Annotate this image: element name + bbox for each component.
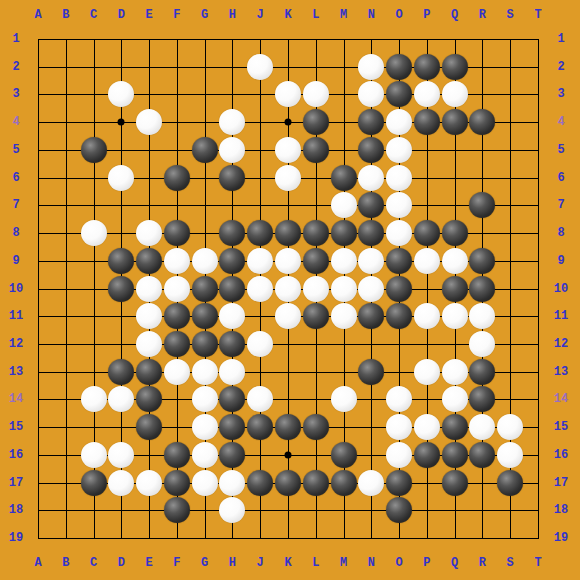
black-stone-O3: [386, 81, 412, 107]
coord-label-row-17-right: 17: [554, 477, 568, 489]
white-stone-Q13: [442, 359, 468, 385]
coord-label-col-S-bottom: S: [507, 557, 514, 569]
black-stone-K17: [275, 470, 301, 496]
coord-label-col-A-bottom: A: [34, 557, 41, 569]
coord-label-col-D-bottom: D: [118, 557, 125, 569]
white-stone-L3: [303, 81, 329, 107]
white-stone-E11: [136, 303, 162, 329]
coord-label-col-Q-top: Q: [451, 9, 458, 21]
white-stone-Q11: [442, 303, 468, 329]
black-stone-O17: [386, 470, 412, 496]
white-stone-P3: [414, 81, 440, 107]
black-stone-F11: [164, 303, 190, 329]
black-stone-L9: [303, 248, 329, 274]
white-stone-Q14: [442, 386, 468, 412]
coord-label-row-2-right: 2: [557, 61, 564, 73]
white-stone-K11: [275, 303, 301, 329]
star-point-K4: [285, 119, 292, 126]
coord-label-row-14-right: 14: [554, 393, 568, 405]
black-stone-N13: [358, 359, 384, 385]
star-point-K16: [285, 451, 292, 458]
coord-label-row-8-left: 8: [12, 227, 19, 239]
black-stone-M17: [331, 470, 357, 496]
black-stone-Q4: [442, 109, 468, 135]
coord-label-col-M-top: M: [340, 9, 347, 21]
white-stone-E12: [136, 331, 162, 357]
coord-label-col-P-bottom: P: [423, 557, 430, 569]
white-stone-G16: [192, 442, 218, 468]
coord-label-row-16-left: 16: [9, 449, 23, 461]
coord-label-col-A-top: A: [34, 9, 41, 21]
white-stone-J2: [247, 54, 273, 80]
coord-label-col-J-bottom: J: [257, 557, 264, 569]
coord-label-col-R-top: R: [479, 9, 486, 21]
black-stone-F17: [164, 470, 190, 496]
black-stone-D9: [108, 248, 134, 274]
white-stone-O7: [386, 192, 412, 218]
black-stone-L15: [303, 414, 329, 440]
black-stone-H10: [219, 276, 245, 302]
coord-label-row-4-left: 4: [12, 116, 19, 128]
black-stone-G11: [192, 303, 218, 329]
coord-label-row-5-left: 5: [12, 144, 19, 156]
white-stone-M10: [331, 276, 357, 302]
black-stone-C17: [81, 470, 107, 496]
black-stone-S17: [497, 470, 523, 496]
white-stone-G15: [192, 414, 218, 440]
white-stone-O5: [386, 137, 412, 163]
white-stone-E17: [136, 470, 162, 496]
white-stone-H13: [219, 359, 245, 385]
black-stone-F12: [164, 331, 190, 357]
coord-label-col-R-bottom: R: [479, 557, 486, 569]
coord-label-row-16-right: 16: [554, 449, 568, 461]
black-stone-Q10: [442, 276, 468, 302]
black-stone-Q2: [442, 54, 468, 80]
white-stone-J9: [247, 248, 273, 274]
black-stone-N4: [358, 109, 384, 135]
coord-label-col-T-bottom: T: [534, 557, 541, 569]
coord-label-row-11-left: 11: [9, 310, 23, 322]
coord-label-row-13-right: 13: [554, 366, 568, 378]
black-stone-J8: [247, 220, 273, 246]
black-stone-H14: [219, 386, 245, 412]
white-stone-D16: [108, 442, 134, 468]
white-stone-M7: [331, 192, 357, 218]
black-stone-G5: [192, 137, 218, 163]
white-stone-Q3: [442, 81, 468, 107]
coord-label-col-L-top: L: [312, 9, 319, 21]
white-stone-S15: [497, 414, 523, 440]
black-stone-L8: [303, 220, 329, 246]
white-stone-Q9: [442, 248, 468, 274]
black-stone-O10: [386, 276, 412, 302]
coord-label-col-E-bottom: E: [146, 557, 153, 569]
coord-label-row-15-right: 15: [554, 421, 568, 433]
white-stone-D17: [108, 470, 134, 496]
coord-label-row-6-left: 6: [12, 172, 19, 184]
white-stone-R12: [469, 331, 495, 357]
white-stone-H4: [219, 109, 245, 135]
white-stone-R11: [469, 303, 495, 329]
white-stone-E4: [136, 109, 162, 135]
white-stone-N3: [358, 81, 384, 107]
black-stone-R4: [469, 109, 495, 135]
black-stone-H16: [219, 442, 245, 468]
coord-label-col-N-bottom: N: [368, 557, 375, 569]
coord-label-col-J-top: J: [257, 9, 264, 21]
black-stone-M6: [331, 165, 357, 191]
coord-label-row-12-left: 12: [9, 338, 23, 350]
white-stone-M11: [331, 303, 357, 329]
black-stone-L17: [303, 470, 329, 496]
black-stone-P4: [414, 109, 440, 135]
coord-label-row-13-left: 13: [9, 366, 23, 378]
white-stone-C14: [81, 386, 107, 412]
coord-label-col-K-top: K: [284, 9, 291, 21]
black-stone-P2: [414, 54, 440, 80]
white-stone-O15: [386, 414, 412, 440]
white-stone-C8: [81, 220, 107, 246]
black-stone-K8: [275, 220, 301, 246]
coord-label-col-M-bottom: M: [340, 557, 347, 569]
coord-label-row-9-right: 9: [557, 255, 564, 267]
white-stone-F10: [164, 276, 190, 302]
black-stone-O18: [386, 497, 412, 523]
coord-label-col-G-bottom: G: [201, 557, 208, 569]
white-stone-P9: [414, 248, 440, 274]
black-stone-G10: [192, 276, 218, 302]
black-stone-Q8: [442, 220, 468, 246]
white-stone-D6: [108, 165, 134, 191]
black-stone-H6: [219, 165, 245, 191]
white-stone-P13: [414, 359, 440, 385]
white-stone-O6: [386, 165, 412, 191]
black-stone-Q15: [442, 414, 468, 440]
coord-label-row-1-right: 1: [557, 33, 564, 45]
coord-label-row-14-left: 14: [9, 393, 23, 405]
black-stone-R10: [469, 276, 495, 302]
coord-label-row-4-right: 4: [557, 116, 564, 128]
black-stone-J15: [247, 414, 273, 440]
coord-label-row-9-left: 9: [12, 255, 19, 267]
coord-label-col-N-top: N: [368, 9, 375, 21]
white-stone-N2: [358, 54, 384, 80]
black-stone-L11: [303, 303, 329, 329]
white-stone-P15: [414, 414, 440, 440]
white-stone-O4: [386, 109, 412, 135]
black-stone-J17: [247, 470, 273, 496]
coord-label-row-18-right: 18: [554, 504, 568, 516]
white-stone-D14: [108, 386, 134, 412]
coord-label-col-C-bottom: C: [90, 557, 97, 569]
coord-label-col-O-bottom: O: [396, 557, 403, 569]
white-stone-O14: [386, 386, 412, 412]
white-stone-H11: [219, 303, 245, 329]
white-stone-O8: [386, 220, 412, 246]
coord-label-row-11-right: 11: [554, 310, 568, 322]
black-stone-R9: [469, 248, 495, 274]
black-stone-L5: [303, 137, 329, 163]
black-stone-E15: [136, 414, 162, 440]
coord-label-row-19-right: 19: [554, 532, 568, 544]
coord-label-col-B-bottom: B: [62, 557, 69, 569]
white-stone-M9: [331, 248, 357, 274]
coord-label-row-6-right: 6: [557, 172, 564, 184]
coord-label-row-2-left: 2: [12, 61, 19, 73]
coord-label-row-5-right: 5: [557, 144, 564, 156]
coord-label-col-F-bottom: F: [173, 557, 180, 569]
black-stone-R7: [469, 192, 495, 218]
black-stone-K15: [275, 414, 301, 440]
go-board[interactable]: AABBCCDDEEFFGGHHJJKKLLMMNNOOPPQQRRSSTT11…: [0, 0, 580, 580]
white-stone-H18: [219, 497, 245, 523]
black-stone-E14: [136, 386, 162, 412]
black-stone-D10: [108, 276, 134, 302]
coord-label-row-10-left: 10: [9, 283, 23, 295]
white-stone-G9: [192, 248, 218, 274]
coord-label-col-B-top: B: [62, 9, 69, 21]
coord-label-col-T-top: T: [534, 9, 541, 21]
black-stone-R16: [469, 442, 495, 468]
white-stone-J14: [247, 386, 273, 412]
coord-label-col-H-bottom: H: [229, 557, 236, 569]
coord-label-row-3-left: 3: [12, 88, 19, 100]
black-stone-E9: [136, 248, 162, 274]
coord-label-row-10-right: 10: [554, 283, 568, 295]
black-stone-Q17: [442, 470, 468, 496]
coord-label-row-7-right: 7: [557, 199, 564, 211]
black-stone-G12: [192, 331, 218, 357]
white-stone-G14: [192, 386, 218, 412]
black-stone-H15: [219, 414, 245, 440]
black-stone-O2: [386, 54, 412, 80]
grid-line-vertical: [538, 39, 539, 539]
white-stone-K9: [275, 248, 301, 274]
black-stone-Q16: [442, 442, 468, 468]
white-stone-J10: [247, 276, 273, 302]
coord-label-row-8-right: 8: [557, 227, 564, 239]
white-stone-N10: [358, 276, 384, 302]
coord-label-row-1-left: 1: [12, 33, 19, 45]
black-stone-F6: [164, 165, 190, 191]
black-stone-N7: [358, 192, 384, 218]
white-stone-H5: [219, 137, 245, 163]
black-stone-F16: [164, 442, 190, 468]
black-stone-N11: [358, 303, 384, 329]
white-stone-N17: [358, 470, 384, 496]
black-stone-C5: [81, 137, 107, 163]
white-stone-R15: [469, 414, 495, 440]
coord-label-row-7-left: 7: [12, 199, 19, 211]
white-stone-D3: [108, 81, 134, 107]
coord-label-col-P-top: P: [423, 9, 430, 21]
black-stone-L4: [303, 109, 329, 135]
white-stone-P11: [414, 303, 440, 329]
white-stone-N6: [358, 165, 384, 191]
black-stone-O11: [386, 303, 412, 329]
coord-label-row-3-right: 3: [557, 88, 564, 100]
white-stone-L10: [303, 276, 329, 302]
coord-label-col-S-top: S: [507, 9, 514, 21]
star-point-D4: [118, 119, 125, 126]
page: { "game": "go", "board": { "size": 19, "…: [0, 0, 580, 580]
grid-line-horizontal: [38, 538, 539, 539]
black-stone-M16: [331, 442, 357, 468]
grid-line-horizontal: [38, 510, 539, 511]
white-stone-K10: [275, 276, 301, 302]
white-stone-K3: [275, 81, 301, 107]
white-stone-G13: [192, 359, 218, 385]
black-stone-R14: [469, 386, 495, 412]
white-stone-S16: [497, 442, 523, 468]
black-stone-O9: [386, 248, 412, 274]
black-stone-P16: [414, 442, 440, 468]
grid-line-horizontal: [38, 344, 539, 345]
black-stone-N8: [358, 220, 384, 246]
white-stone-G17: [192, 470, 218, 496]
black-stone-H8: [219, 220, 245, 246]
black-stone-P8: [414, 220, 440, 246]
white-stone-E8: [136, 220, 162, 246]
white-stone-F9: [164, 248, 190, 274]
coord-label-col-L-bottom: L: [312, 557, 319, 569]
black-stone-F8: [164, 220, 190, 246]
white-stone-E10: [136, 276, 162, 302]
coord-label-col-C-top: C: [90, 9, 97, 21]
coord-label-row-12-right: 12: [554, 338, 568, 350]
coord-label-col-H-top: H: [229, 9, 236, 21]
white-stone-M14: [331, 386, 357, 412]
white-stone-H17: [219, 470, 245, 496]
coord-label-row-17-left: 17: [9, 477, 23, 489]
coord-label-col-E-top: E: [146, 9, 153, 21]
coord-label-row-15-left: 15: [9, 421, 23, 433]
black-stone-M8: [331, 220, 357, 246]
black-stone-E13: [136, 359, 162, 385]
black-stone-N5: [358, 137, 384, 163]
white-stone-O16: [386, 442, 412, 468]
black-stone-D13: [108, 359, 134, 385]
coord-label-col-G-top: G: [201, 9, 208, 21]
black-stone-R13: [469, 359, 495, 385]
white-stone-F13: [164, 359, 190, 385]
coord-label-col-O-top: O: [396, 9, 403, 21]
black-stone-F18: [164, 497, 190, 523]
coord-label-col-K-bottom: K: [284, 557, 291, 569]
coord-label-row-19-left: 19: [9, 532, 23, 544]
white-stone-C16: [81, 442, 107, 468]
white-stone-K6: [275, 165, 301, 191]
coord-label-row-18-left: 18: [9, 504, 23, 516]
black-stone-H12: [219, 331, 245, 357]
coord-label-col-F-top: F: [173, 9, 180, 21]
white-stone-J12: [247, 331, 273, 357]
black-stone-H9: [219, 248, 245, 274]
coord-label-col-D-top: D: [118, 9, 125, 21]
white-stone-K5: [275, 137, 301, 163]
coord-label-col-Q-bottom: Q: [451, 557, 458, 569]
white-stone-N9: [358, 248, 384, 274]
